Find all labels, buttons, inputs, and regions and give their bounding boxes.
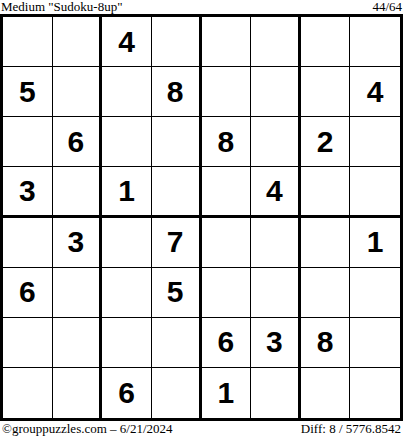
cell-r6c4: 5	[152, 268, 202, 318]
cell-r5c5[interactable]	[202, 218, 252, 268]
cell-r2c4: 8	[152, 67, 202, 117]
cell-r1c7[interactable]	[301, 17, 351, 67]
cell-r2c6[interactable]	[251, 67, 301, 117]
cell-r3c3[interactable]	[102, 117, 152, 167]
cell-r4c1: 3	[3, 167, 53, 217]
cell-r3c7: 2	[301, 117, 351, 167]
cell-r1c4[interactable]	[152, 17, 202, 67]
cell-r4c5[interactable]	[202, 167, 252, 217]
cell-r7c2[interactable]	[53, 318, 103, 368]
cell-r4c4[interactable]	[152, 167, 202, 217]
cell-r5c2: 3	[53, 218, 103, 268]
cell-r3c8[interactable]	[350, 117, 400, 167]
cell-r2c7[interactable]	[301, 67, 351, 117]
cell-r7c5: 6	[202, 318, 252, 368]
cell-r1c5[interactable]	[202, 17, 252, 67]
cell-r8c6[interactable]	[251, 368, 301, 418]
cell-r8c1[interactable]	[3, 368, 53, 418]
page-title: Medium "Sudoku-8up"	[1, 0, 122, 14]
cell-r5c1[interactable]	[3, 218, 53, 268]
cell-r1c6[interactable]	[251, 17, 301, 67]
cell-r2c5[interactable]	[202, 67, 252, 117]
board: 45846823143716563861	[0, 14, 403, 421]
cell-r5c7[interactable]	[301, 218, 351, 268]
cell-r1c3: 4	[102, 17, 152, 67]
cell-r7c3[interactable]	[102, 318, 152, 368]
puzzle-page: Medium "Sudoku-8up" 44/64 45846823143716…	[0, 0, 403, 437]
cell-r2c3[interactable]	[102, 67, 152, 117]
cell-r7c6: 3	[251, 318, 301, 368]
cell-r8c5: 1	[202, 368, 252, 418]
cell-r4c3: 1	[102, 167, 152, 217]
cell-r8c3: 6	[102, 368, 152, 418]
cell-r8c7[interactable]	[301, 368, 351, 418]
cell-r8c8[interactable]	[350, 368, 400, 418]
footer: ©grouppuzzles.com – 6/21/2024 Diff: 8 / …	[0, 421, 403, 436]
cell-r2c1: 5	[3, 67, 53, 117]
cell-r1c1[interactable]	[3, 17, 53, 67]
cell-r7c4[interactable]	[152, 318, 202, 368]
cell-r4c7[interactable]	[301, 167, 351, 217]
cell-r4c2[interactable]	[53, 167, 103, 217]
cell-r4c6: 4	[251, 167, 301, 217]
cell-r1c8[interactable]	[350, 17, 400, 67]
cell-r8c2[interactable]	[53, 368, 103, 418]
cell-r5c4: 7	[152, 218, 202, 268]
cell-r7c7: 8	[301, 318, 351, 368]
cell-r6c8[interactable]	[350, 268, 400, 318]
cell-r7c1[interactable]	[3, 318, 53, 368]
cell-r3c2: 6	[53, 117, 103, 167]
cell-r5c3[interactable]	[102, 218, 152, 268]
cell-r5c6[interactable]	[251, 218, 301, 268]
cell-r5c8: 1	[350, 218, 400, 268]
cell-r2c8: 4	[350, 67, 400, 117]
cell-r4c8[interactable]	[350, 167, 400, 217]
difficulty-rating: Diff: 8 / 5776.8542	[301, 421, 401, 436]
cell-r3c1[interactable]	[3, 117, 53, 167]
cell-r1c2[interactable]	[53, 17, 103, 67]
cell-r7c8[interactable]	[350, 318, 400, 368]
header: Medium "Sudoku-8up" 44/64	[0, 0, 403, 14]
cell-r3c5: 8	[202, 117, 252, 167]
cell-r8c4[interactable]	[152, 368, 202, 418]
cell-r6c6[interactable]	[251, 268, 301, 318]
cell-r6c5[interactable]	[202, 268, 252, 318]
cell-r6c7[interactable]	[301, 268, 351, 318]
cell-r3c4[interactable]	[152, 117, 202, 167]
blank-counter: 44/64	[372, 0, 402, 14]
copyright-credit: ©grouppuzzles.com – 6/21/2024	[2, 421, 173, 436]
cell-r6c2[interactable]	[53, 268, 103, 318]
cell-r3c6[interactable]	[251, 117, 301, 167]
cell-r2c2[interactable]	[53, 67, 103, 117]
cell-r6c3[interactable]	[102, 268, 152, 318]
cell-r6c1: 6	[3, 268, 53, 318]
